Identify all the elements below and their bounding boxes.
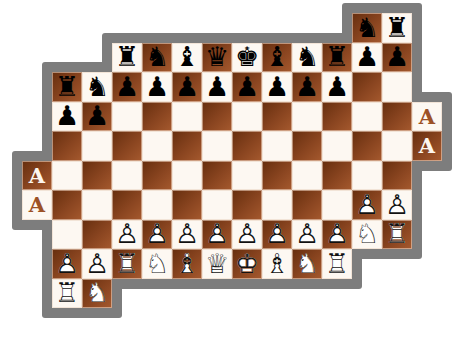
piece-fill: ♜ bbox=[385, 13, 409, 40]
board-square[interactable] bbox=[202, 131, 232, 161]
piece-outline: ♙ bbox=[385, 190, 409, 217]
piece-fill: ♟ bbox=[385, 43, 409, 70]
piece-outline: ♙ bbox=[175, 220, 199, 247]
piece-outline: ♖ bbox=[325, 249, 349, 276]
piece-fill: ♞ bbox=[145, 43, 169, 70]
piece-outline: ♙ bbox=[295, 220, 319, 247]
board-square[interactable] bbox=[322, 102, 352, 132]
piece-outline: ♙ bbox=[205, 220, 229, 247]
black-bishop-piece: ♝ bbox=[172, 43, 202, 73]
board-square[interactable]: ♟ bbox=[232, 72, 262, 102]
white-pawn-piece: ♟♙ bbox=[82, 249, 112, 279]
board-square: A bbox=[412, 131, 442, 161]
board-square[interactable]: ♟♙ bbox=[382, 190, 412, 220]
piece-outline: ♙ bbox=[145, 220, 169, 247]
board-square[interactable] bbox=[142, 190, 172, 220]
board-square[interactable] bbox=[52, 161, 82, 191]
piece-fill: ♟ bbox=[205, 72, 229, 99]
board-square[interactable] bbox=[202, 102, 232, 132]
piece-fill: ♟ bbox=[145, 72, 169, 99]
board-square[interactable] bbox=[292, 161, 322, 191]
piece-outline: ♗ bbox=[265, 249, 289, 276]
white-rook-piece: ♜♖ bbox=[382, 220, 412, 250]
piece-outline: ♗ bbox=[175, 249, 199, 276]
piece-outline: ♖ bbox=[55, 279, 79, 306]
black-pawn-piece: ♟ bbox=[202, 72, 232, 102]
white-knight-piece: ♞♘ bbox=[292, 249, 322, 279]
piece-fill: ♞ bbox=[355, 13, 379, 40]
board-square[interactable] bbox=[262, 161, 292, 191]
piece-fill: ♜ bbox=[115, 43, 139, 70]
board-square[interactable]: ♟ bbox=[322, 72, 352, 102]
board-square[interactable]: ♟ bbox=[82, 102, 112, 132]
board-square[interactable]: ♟ bbox=[202, 72, 232, 102]
piece-outline: ♙ bbox=[355, 190, 379, 217]
board-square[interactable] bbox=[352, 161, 382, 191]
white-pawn-piece: ♟♙ bbox=[142, 220, 172, 250]
white-queen-piece: ♛♕ bbox=[202, 249, 232, 279]
board-square[interactable] bbox=[112, 161, 142, 191]
white-rook-piece: ♜♖ bbox=[112, 249, 142, 279]
black-pawn-piece: ♟ bbox=[292, 72, 322, 102]
piece-outline: ♘ bbox=[355, 220, 379, 247]
board-square[interactable]: ♞♘ bbox=[292, 249, 322, 279]
piece-outline: ♙ bbox=[55, 249, 79, 276]
board-square[interactable] bbox=[322, 190, 352, 220]
black-queen-piece: ♛ bbox=[202, 43, 232, 73]
piece-fill: ♟ bbox=[115, 72, 139, 99]
board-square[interactable] bbox=[172, 131, 202, 161]
black-rook-piece: ♜ bbox=[382, 13, 412, 43]
piece-fill: ♟ bbox=[355, 43, 379, 70]
board-square[interactable] bbox=[382, 72, 412, 102]
piece-fill: ♝ bbox=[175, 43, 199, 70]
piece-outline: ♙ bbox=[235, 220, 259, 247]
board-square[interactable]: ♞♘ bbox=[142, 249, 172, 279]
board-square: A bbox=[412, 102, 442, 132]
board-square[interactable] bbox=[82, 190, 112, 220]
board-square[interactable]: ♟♙ bbox=[292, 220, 322, 250]
white-pawn-piece: ♟♙ bbox=[262, 220, 292, 250]
board-square[interactable] bbox=[202, 190, 232, 220]
chessboard: ♞♜♜♞♝♛♚♝♞♜♟♟♜♞♟♟♟♟♟♟♟♟♟♟AAAA♟♙♟♙♟♙♟♙♟♙♟♙… bbox=[0, 0, 466, 337]
black-pawn-piece: ♟ bbox=[112, 72, 142, 102]
black-pawn-piece: ♟ bbox=[142, 72, 172, 102]
white-knight-piece: ♞♘ bbox=[82, 279, 112, 309]
board-square[interactable]: ♛ bbox=[202, 43, 232, 73]
black-bishop-piece: ♝ bbox=[262, 43, 292, 73]
board-square[interactable] bbox=[142, 102, 172, 132]
white-knight-piece: ♞♘ bbox=[352, 220, 382, 250]
piece-fill: ♝ bbox=[265, 43, 289, 70]
piece-fill: ♟ bbox=[325, 72, 349, 99]
white-pawn-piece: ♟♙ bbox=[292, 220, 322, 250]
white-king-piece: ♚♔ bbox=[232, 249, 262, 279]
board-square[interactable]: ♟♙ bbox=[52, 249, 82, 279]
white-rook-piece: ♜♖ bbox=[52, 279, 82, 309]
board-square[interactable] bbox=[262, 131, 292, 161]
piece-outline: ♖ bbox=[385, 220, 409, 247]
white-pawn-piece: ♟♙ bbox=[52, 249, 82, 279]
board-square[interactable] bbox=[232, 102, 262, 132]
board-square[interactable]: ♟♙ bbox=[262, 220, 292, 250]
board-square[interactable]: ♟ bbox=[262, 72, 292, 102]
board-square[interactable]: ♟ bbox=[112, 72, 142, 102]
board-square[interactable] bbox=[112, 131, 142, 161]
board-square[interactable]: ♟♙ bbox=[232, 220, 262, 250]
board-square[interactable] bbox=[172, 161, 202, 191]
board-square[interactable]: ♟ bbox=[142, 72, 172, 102]
board-square[interactable]: ♜♖ bbox=[322, 249, 352, 279]
piece-fill: ♜ bbox=[55, 72, 79, 99]
board-square[interactable]: ♝♗ bbox=[172, 249, 202, 279]
black-pawn-piece: ♟ bbox=[172, 72, 202, 102]
white-rook-piece: ♜♖ bbox=[322, 249, 352, 279]
board-square[interactable]: ♟ bbox=[382, 43, 412, 73]
black-pawn-piece: ♟ bbox=[52, 102, 82, 132]
white-pawn-piece: ♟♙ bbox=[202, 220, 232, 250]
board-square[interactable]: ♞ bbox=[292, 43, 322, 73]
piece-fill: ♟ bbox=[295, 72, 319, 99]
black-king-piece: ♚ bbox=[232, 43, 262, 73]
board-square[interactable]: ♝♗ bbox=[262, 249, 292, 279]
board-square[interactable]: ♜ bbox=[112, 43, 142, 73]
board-square[interactable] bbox=[172, 102, 202, 132]
letter-a: A bbox=[29, 194, 45, 215]
black-knight-piece: ♞ bbox=[82, 72, 112, 102]
black-pawn-piece: ♟ bbox=[262, 72, 292, 102]
piece-outline: ♙ bbox=[325, 220, 349, 247]
board-square[interactable]: ♟ bbox=[172, 72, 202, 102]
piece-outline: ♕ bbox=[205, 249, 229, 276]
board-square[interactable] bbox=[322, 131, 352, 161]
board-square[interactable] bbox=[112, 102, 142, 132]
board-square[interactable] bbox=[142, 131, 172, 161]
board-square[interactable] bbox=[82, 161, 112, 191]
piece-fill: ♚ bbox=[235, 43, 259, 70]
board-square[interactable]: ♟ bbox=[352, 43, 382, 73]
board-square[interactable]: ♜ bbox=[382, 13, 412, 43]
piece-outline: ♘ bbox=[85, 279, 109, 306]
board-square[interactable] bbox=[382, 161, 412, 191]
board-square[interactable] bbox=[292, 102, 322, 132]
board-square[interactable]: ♞ bbox=[352, 13, 382, 43]
white-pawn-piece: ♟♙ bbox=[172, 220, 202, 250]
piece-fill: ♞ bbox=[295, 43, 319, 70]
board-square[interactable]: ♜ bbox=[322, 43, 352, 73]
piece-fill: ♜ bbox=[325, 43, 349, 70]
black-knight-piece: ♞ bbox=[142, 43, 172, 73]
board-square[interactable]: ♜♖ bbox=[112, 249, 142, 279]
black-pawn-piece: ♟ bbox=[352, 43, 382, 73]
white-knight-piece: ♞♘ bbox=[142, 249, 172, 279]
board-square: A bbox=[22, 161, 52, 191]
white-pawn-piece: ♟♙ bbox=[112, 220, 142, 250]
black-knight-piece: ♞ bbox=[292, 43, 322, 73]
board-square[interactable] bbox=[232, 161, 262, 191]
board-square[interactable] bbox=[322, 161, 352, 191]
black-pawn-piece: ♟ bbox=[382, 43, 412, 73]
piece-outline: ♙ bbox=[115, 220, 139, 247]
board-square[interactable]: ♟♙ bbox=[112, 220, 142, 250]
board-square[interactable] bbox=[142, 161, 172, 191]
board-square[interactable]: ♚♔ bbox=[232, 249, 262, 279]
board-square[interactable]: ♝ bbox=[172, 43, 202, 73]
board-square[interactable]: ♞ bbox=[82, 72, 112, 102]
black-pawn-piece: ♟ bbox=[82, 102, 112, 132]
board-square[interactable] bbox=[232, 131, 262, 161]
board-square[interactable]: ♟ bbox=[292, 72, 322, 102]
board-square[interactable]: ♟♙ bbox=[142, 220, 172, 250]
piece-outline: ♔ bbox=[235, 249, 259, 276]
piece-fill: ♟ bbox=[85, 102, 109, 129]
piece-fill: ♟ bbox=[175, 72, 199, 99]
white-pawn-piece: ♟♙ bbox=[322, 220, 352, 250]
board-square[interactable]: ♛♕ bbox=[202, 249, 232, 279]
board-square: A bbox=[22, 190, 52, 220]
black-pawn-piece: ♟ bbox=[322, 72, 352, 102]
piece-fill: ♟ bbox=[265, 72, 289, 99]
piece-outline: ♘ bbox=[145, 249, 169, 276]
piece-outline: ♙ bbox=[85, 249, 109, 276]
board-square[interactable] bbox=[262, 190, 292, 220]
piece-fill: ♟ bbox=[55, 102, 79, 129]
piece-fill: ♞ bbox=[85, 72, 109, 99]
white-pawn-piece: ♟♙ bbox=[352, 190, 382, 220]
board-square[interactable] bbox=[352, 131, 382, 161]
board-square[interactable]: ♟♙ bbox=[352, 190, 382, 220]
letter-a: A bbox=[419, 135, 435, 156]
black-knight-piece: ♞ bbox=[352, 13, 382, 43]
white-pawn-piece: ♟♙ bbox=[382, 190, 412, 220]
board-square[interactable]: ♚ bbox=[232, 43, 262, 73]
board-square[interactable] bbox=[232, 190, 262, 220]
piece-outline: ♖ bbox=[115, 249, 139, 276]
black-pawn-piece: ♟ bbox=[232, 72, 262, 102]
letter-a: A bbox=[419, 106, 435, 127]
board-square[interactable]: ♜♖ bbox=[52, 279, 82, 309]
board-square[interactable]: ♞ bbox=[142, 43, 172, 73]
board-square[interactable] bbox=[172, 190, 202, 220]
board-square[interactable] bbox=[292, 190, 322, 220]
letter-a: A bbox=[29, 165, 45, 186]
board-square[interactable] bbox=[112, 190, 142, 220]
black-rook-piece: ♜ bbox=[52, 72, 82, 102]
board-square[interactable] bbox=[202, 161, 232, 191]
board-square[interactable] bbox=[262, 102, 292, 132]
white-bishop-piece: ♝♗ bbox=[172, 249, 202, 279]
board-square[interactable] bbox=[382, 131, 412, 161]
board-square[interactable]: ♜ bbox=[52, 72, 82, 102]
board-square[interactable]: ♞♘ bbox=[352, 220, 382, 250]
white-pawn-piece: ♟♙ bbox=[232, 220, 262, 250]
piece-outline: ♙ bbox=[265, 220, 289, 247]
board-square[interactable] bbox=[82, 220, 112, 250]
piece-fill: ♛ bbox=[205, 43, 229, 70]
board-square[interactable] bbox=[352, 72, 382, 102]
board-square[interactable] bbox=[52, 190, 82, 220]
board-square[interactable]: ♟♙ bbox=[172, 220, 202, 250]
board-square[interactable] bbox=[382, 102, 412, 132]
board-square[interactable]: ♟ bbox=[52, 102, 82, 132]
piece-fill: ♟ bbox=[235, 72, 259, 99]
board-square[interactable]: ♟♙ bbox=[322, 220, 352, 250]
board-square[interactable]: ♟♙ bbox=[82, 249, 112, 279]
piece-outline: ♘ bbox=[295, 249, 319, 276]
white-bishop-piece: ♝♗ bbox=[262, 249, 292, 279]
board-square[interactable] bbox=[52, 220, 82, 250]
board-square[interactable] bbox=[52, 131, 82, 161]
board-square[interactable]: ♝ bbox=[262, 43, 292, 73]
board-square[interactable]: ♞♘ bbox=[82, 279, 112, 309]
board-square[interactable] bbox=[82, 131, 112, 161]
board-square[interactable]: ♜♖ bbox=[382, 220, 412, 250]
black-rook-piece: ♜ bbox=[112, 43, 142, 73]
board-square[interactable]: ♟♙ bbox=[202, 220, 232, 250]
board-square[interactable] bbox=[292, 131, 322, 161]
black-rook-piece: ♜ bbox=[322, 43, 352, 73]
board-square[interactable] bbox=[352, 102, 382, 132]
